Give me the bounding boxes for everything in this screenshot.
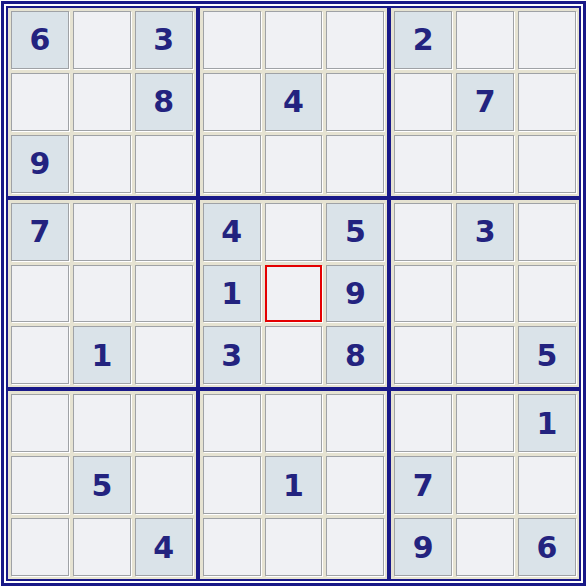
cell-r8c9[interactable] xyxy=(518,456,576,514)
cell-r9c2[interactable] xyxy=(73,518,131,576)
cell-r6c9: 5 xyxy=(518,326,576,384)
cell-r1c5[interactable] xyxy=(265,11,323,69)
cell-r9c6[interactable] xyxy=(326,518,384,576)
cell-r4c1: 7 xyxy=(11,203,69,261)
cell-r8c6[interactable] xyxy=(326,456,384,514)
cell-r1c7: 2 xyxy=(394,11,452,69)
cell-r9c4[interactable] xyxy=(203,518,261,576)
cell-r3c2[interactable] xyxy=(73,135,131,193)
cell-r3c1: 9 xyxy=(11,135,69,193)
box-r2c3: 35 xyxy=(389,198,581,390)
cell-r5c2[interactable] xyxy=(73,265,131,323)
cell-r9c7: 9 xyxy=(394,518,452,576)
cell-r8c4[interactable] xyxy=(203,456,261,514)
cell-r4c2[interactable] xyxy=(73,203,131,261)
box-r3c1: 54 xyxy=(6,389,198,581)
cell-r7c9: 1 xyxy=(518,394,576,452)
cell-r8c8[interactable] xyxy=(456,456,514,514)
cell-r4c3[interactable] xyxy=(135,203,193,261)
cell-r7c2[interactable] xyxy=(73,394,131,452)
cell-r5c3[interactable] xyxy=(135,265,193,323)
cell-r4c4: 4 xyxy=(203,203,261,261)
cell-r7c1[interactable] xyxy=(11,394,69,452)
cell-r2c9[interactable] xyxy=(518,73,576,131)
cell-r3c3[interactable] xyxy=(135,135,193,193)
cell-r7c4[interactable] xyxy=(203,394,261,452)
cell-r6c3[interactable] xyxy=(135,326,193,384)
cell-r8c3[interactable] xyxy=(135,456,193,514)
box-r2c1: 71 xyxy=(6,198,198,390)
cell-r4c9[interactable] xyxy=(518,203,576,261)
cell-r2c6[interactable] xyxy=(326,73,384,131)
cell-r8c7: 7 xyxy=(394,456,452,514)
cell-r7c6[interactable] xyxy=(326,394,384,452)
cell-r2c7[interactable] xyxy=(394,73,452,131)
box-r1c1: 6389 xyxy=(6,6,198,198)
cell-r3c5[interactable] xyxy=(265,135,323,193)
cell-r8c2: 5 xyxy=(73,456,131,514)
cell-r9c5[interactable] xyxy=(265,518,323,576)
cell-r2c4[interactable] xyxy=(203,73,261,131)
cell-r3c7[interactable] xyxy=(394,135,452,193)
cell-r3c9[interactable] xyxy=(518,135,576,193)
cell-r4c6: 5 xyxy=(326,203,384,261)
cell-r5c6: 9 xyxy=(326,265,384,323)
cell-r6c5[interactable] xyxy=(265,326,323,384)
cell-r2c8: 7 xyxy=(456,73,514,131)
box-r3c3: 1796 xyxy=(389,389,581,581)
cell-r5c4: 1 xyxy=(203,265,261,323)
cell-r6c4: 3 xyxy=(203,326,261,384)
cell-r9c1[interactable] xyxy=(11,518,69,576)
cell-r1c8[interactable] xyxy=(456,11,514,69)
cell-r6c7[interactable] xyxy=(394,326,452,384)
cell-r7c8[interactable] xyxy=(456,394,514,452)
cell-r1c3: 3 xyxy=(135,11,193,69)
cell-r2c5: 4 xyxy=(265,73,323,131)
cell-r1c6[interactable] xyxy=(326,11,384,69)
cell-r5c7[interactable] xyxy=(394,265,452,323)
box-r3c2: 1 xyxy=(198,389,390,581)
cell-r5c1[interactable] xyxy=(11,265,69,323)
cell-r7c3[interactable] xyxy=(135,394,193,452)
cell-r9c9: 6 xyxy=(518,518,576,576)
cell-r8c5: 1 xyxy=(265,456,323,514)
cell-r9c8[interactable] xyxy=(456,518,514,576)
cell-r1c9[interactable] xyxy=(518,11,576,69)
cell-r4c8: 3 xyxy=(456,203,514,261)
cell-r6c1[interactable] xyxy=(11,326,69,384)
cell-r3c8[interactable] xyxy=(456,135,514,193)
cell-r2c1[interactable] xyxy=(11,73,69,131)
cell-r6c2: 1 xyxy=(73,326,131,384)
box-r1c2: 4 xyxy=(198,6,390,198)
cell-r2c2[interactable] xyxy=(73,73,131,131)
cell-r9c3: 4 xyxy=(135,518,193,576)
cell-r1c1: 6 xyxy=(11,11,69,69)
cell-r7c7[interactable] xyxy=(394,394,452,452)
cell-r3c4[interactable] xyxy=(203,135,261,193)
cell-r3c6[interactable] xyxy=(326,135,384,193)
box-r2c2: 451938 xyxy=(198,198,390,390)
cell-r5c9[interactable] xyxy=(518,265,576,323)
cell-r2c3: 8 xyxy=(135,73,193,131)
cell-r8c1[interactable] xyxy=(11,456,69,514)
cell-r5c8[interactable] xyxy=(456,265,514,323)
cell-r6c8[interactable] xyxy=(456,326,514,384)
cell-r4c7[interactable] xyxy=(394,203,452,261)
cell-r6c6: 8 xyxy=(326,326,384,384)
cell-r7c5[interactable] xyxy=(265,394,323,452)
box-r1c3: 27 xyxy=(389,6,581,198)
cell-r1c2[interactable] xyxy=(73,11,131,69)
cell-r4c5[interactable] xyxy=(265,203,323,261)
selected-cell-r5c5[interactable] xyxy=(265,265,323,323)
cell-r1c4[interactable] xyxy=(203,11,261,69)
sudoku-board: 638942771451938355411796 xyxy=(1,1,586,586)
